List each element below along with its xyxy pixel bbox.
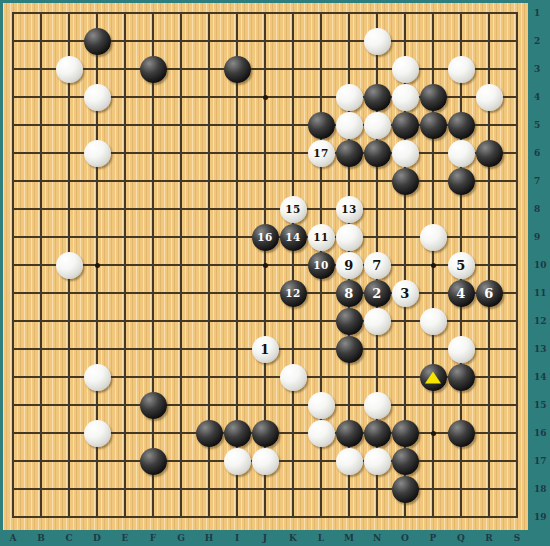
white-stone[interactable]	[448, 140, 475, 167]
intersection[interactable]	[111, 3, 139, 27]
white-stone[interactable]	[392, 84, 419, 111]
intersection[interactable]	[139, 223, 167, 251]
intersection[interactable]	[3, 195, 27, 223]
white-stone[interactable]: 7	[364, 252, 391, 279]
intersection[interactable]	[363, 475, 391, 503]
intersection[interactable]	[27, 447, 55, 475]
intersection[interactable]	[475, 475, 503, 503]
intersection[interactable]	[195, 447, 223, 475]
intersection[interactable]	[475, 3, 503, 27]
intersection[interactable]	[419, 3, 447, 27]
intersection[interactable]	[3, 503, 27, 530]
white-stone[interactable]: 1	[252, 336, 279, 363]
black-stone[interactable]	[252, 420, 279, 447]
intersection[interactable]	[419, 139, 447, 167]
intersection[interactable]	[363, 55, 391, 83]
intersection[interactable]	[167, 3, 195, 27]
intersection[interactable]	[307, 3, 335, 27]
intersection[interactable]	[503, 363, 528, 391]
intersection[interactable]	[223, 307, 251, 335]
intersection[interactable]	[363, 223, 391, 251]
intersection[interactable]	[447, 223, 475, 251]
intersection[interactable]	[3, 27, 27, 55]
intersection[interactable]	[83, 391, 111, 419]
intersection[interactable]	[27, 475, 55, 503]
white-stone[interactable]	[84, 84, 111, 111]
intersection[interactable]	[391, 27, 419, 55]
intersection[interactable]	[27, 279, 55, 307]
intersection[interactable]	[475, 55, 503, 83]
intersection[interactable]	[27, 363, 55, 391]
white-stone[interactable]	[364, 448, 391, 475]
intersection[interactable]	[335, 55, 363, 83]
intersection[interactable]	[223, 503, 251, 530]
intersection[interactable]	[223, 3, 251, 27]
intersection[interactable]	[279, 251, 307, 279]
intersection[interactable]	[3, 391, 27, 419]
intersection[interactable]	[167, 195, 195, 223]
intersection[interactable]	[363, 503, 391, 530]
black-stone[interactable]	[420, 364, 447, 391]
intersection[interactable]	[139, 27, 167, 55]
intersection[interactable]	[167, 391, 195, 419]
intersection[interactable]	[307, 55, 335, 83]
intersection[interactable]	[279, 27, 307, 55]
intersection[interactable]	[475, 223, 503, 251]
intersection[interactable]	[307, 167, 335, 195]
intersection[interactable]	[223, 363, 251, 391]
intersection[interactable]	[419, 335, 447, 363]
intersection[interactable]	[3, 419, 27, 447]
intersection[interactable]	[139, 3, 167, 27]
intersection[interactable]	[503, 475, 528, 503]
white-stone[interactable]	[364, 112, 391, 139]
intersection[interactable]	[223, 279, 251, 307]
intersection[interactable]	[503, 335, 528, 363]
white-stone[interactable]	[448, 336, 475, 363]
white-stone[interactable]: 11	[308, 224, 335, 251]
intersection[interactable]	[195, 307, 223, 335]
black-stone[interactable]	[420, 112, 447, 139]
intersection[interactable]	[251, 167, 279, 195]
intersection[interactable]	[503, 223, 528, 251]
black-stone[interactable]	[140, 448, 167, 475]
intersection[interactable]	[391, 195, 419, 223]
black-stone[interactable]	[392, 420, 419, 447]
intersection[interactable]	[419, 55, 447, 83]
intersection[interactable]	[27, 3, 55, 27]
intersection[interactable]	[419, 167, 447, 195]
black-stone[interactable]	[392, 448, 419, 475]
intersection[interactable]	[111, 363, 139, 391]
black-stone[interactable]	[392, 476, 419, 503]
intersection[interactable]	[503, 251, 528, 279]
intersection[interactable]	[111, 111, 139, 139]
intersection[interactable]	[363, 195, 391, 223]
black-stone[interactable]	[448, 168, 475, 195]
intersection[interactable]	[391, 391, 419, 419]
intersection[interactable]	[3, 307, 27, 335]
black-stone[interactable]: 8	[336, 280, 363, 307]
intersection[interactable]	[335, 363, 363, 391]
intersection[interactable]	[307, 83, 335, 111]
intersection[interactable]	[195, 503, 223, 530]
intersection[interactable]	[363, 3, 391, 27]
white-stone[interactable]: 15	[280, 196, 307, 223]
white-stone[interactable]	[84, 364, 111, 391]
intersection[interactable]	[475, 335, 503, 363]
intersection[interactable]	[279, 55, 307, 83]
intersection[interactable]	[139, 335, 167, 363]
black-stone[interactable]	[392, 112, 419, 139]
intersection[interactable]	[55, 279, 83, 307]
intersection[interactable]	[279, 111, 307, 139]
intersection[interactable]	[251, 27, 279, 55]
intersection[interactable]	[475, 251, 503, 279]
intersection[interactable]	[167, 503, 195, 530]
intersection[interactable]	[111, 447, 139, 475]
intersection[interactable]	[307, 475, 335, 503]
intersection[interactable]	[475, 27, 503, 55]
intersection[interactable]	[475, 167, 503, 195]
intersection[interactable]	[335, 167, 363, 195]
intersection[interactable]	[223, 195, 251, 223]
intersection[interactable]	[55, 195, 83, 223]
intersection[interactable]	[475, 391, 503, 419]
white-stone[interactable]	[308, 392, 335, 419]
intersection[interactable]	[391, 503, 419, 530]
black-stone[interactable]	[308, 112, 335, 139]
intersection[interactable]	[55, 419, 83, 447]
intersection[interactable]	[83, 167, 111, 195]
intersection[interactable]	[27, 111, 55, 139]
intersection[interactable]	[307, 363, 335, 391]
white-stone[interactable]	[364, 28, 391, 55]
intersection[interactable]	[83, 223, 111, 251]
white-stone[interactable]	[336, 112, 363, 139]
intersection[interactable]	[475, 363, 503, 391]
intersection[interactable]	[195, 279, 223, 307]
intersection[interactable]	[279, 503, 307, 530]
intersection[interactable]	[279, 335, 307, 363]
intersection[interactable]	[195, 83, 223, 111]
intersection[interactable]	[391, 363, 419, 391]
intersection[interactable]	[3, 475, 27, 503]
intersection[interactable]	[363, 167, 391, 195]
white-stone[interactable]	[224, 448, 251, 475]
black-stone[interactable]	[448, 112, 475, 139]
intersection[interactable]	[223, 27, 251, 55]
intersection[interactable]	[55, 139, 83, 167]
white-stone[interactable]	[336, 224, 363, 251]
intersection[interactable]	[475, 195, 503, 223]
intersection[interactable]	[503, 111, 528, 139]
intersection[interactable]	[475, 419, 503, 447]
black-stone[interactable]	[224, 56, 251, 83]
intersection[interactable]	[195, 139, 223, 167]
intersection[interactable]	[55, 363, 83, 391]
white-stone[interactable]: 13	[336, 196, 363, 223]
white-stone[interactable]	[420, 224, 447, 251]
intersection[interactable]	[447, 503, 475, 530]
intersection[interactable]	[3, 3, 27, 27]
black-stone[interactable]: 4	[448, 280, 475, 307]
intersection[interactable]	[27, 391, 55, 419]
intersection[interactable]	[139, 167, 167, 195]
intersection[interactable]	[447, 27, 475, 55]
intersection[interactable]	[279, 139, 307, 167]
white-stone[interactable]	[392, 56, 419, 83]
black-stone[interactable]	[420, 84, 447, 111]
intersection[interactable]	[307, 27, 335, 55]
intersection[interactable]	[111, 251, 139, 279]
white-stone[interactable]	[336, 84, 363, 111]
intersection[interactable]	[55, 83, 83, 111]
intersection[interactable]	[195, 475, 223, 503]
intersection[interactable]	[195, 363, 223, 391]
intersection[interactable]	[447, 307, 475, 335]
black-stone[interactable]	[196, 420, 223, 447]
intersection[interactable]	[223, 83, 251, 111]
intersection[interactable]	[111, 475, 139, 503]
intersection[interactable]	[167, 335, 195, 363]
intersection[interactable]	[307, 279, 335, 307]
intersection[interactable]	[251, 475, 279, 503]
intersection[interactable]	[419, 27, 447, 55]
intersection[interactable]	[139, 475, 167, 503]
white-stone[interactable]: 3	[392, 280, 419, 307]
intersection[interactable]	[195, 3, 223, 27]
intersection[interactable]	[167, 83, 195, 111]
intersection[interactable]	[279, 3, 307, 27]
intersection[interactable]	[55, 391, 83, 419]
black-stone[interactable]	[140, 392, 167, 419]
white-stone[interactable]: 9	[336, 252, 363, 279]
intersection[interactable]	[111, 27, 139, 55]
intersection[interactable]	[419, 447, 447, 475]
black-stone[interactable]	[448, 420, 475, 447]
black-stone[interactable]	[224, 420, 251, 447]
intersection[interactable]	[111, 55, 139, 83]
white-stone[interactable]	[420, 308, 447, 335]
intersection[interactable]	[83, 335, 111, 363]
intersection[interactable]	[335, 503, 363, 530]
black-stone[interactable]	[336, 140, 363, 167]
intersection[interactable]	[167, 475, 195, 503]
black-stone[interactable]: 10	[308, 252, 335, 279]
intersection[interactable]	[3, 223, 27, 251]
intersection[interactable]	[167, 251, 195, 279]
black-stone[interactable]	[84, 28, 111, 55]
white-stone[interactable]	[280, 364, 307, 391]
intersection[interactable]	[223, 391, 251, 419]
intersection[interactable]	[335, 3, 363, 27]
intersection[interactable]	[503, 447, 528, 475]
intersection[interactable]	[83, 279, 111, 307]
intersection[interactable]	[447, 3, 475, 27]
intersection[interactable]	[223, 167, 251, 195]
intersection[interactable]	[167, 419, 195, 447]
intersection[interactable]	[55, 307, 83, 335]
intersection[interactable]	[3, 167, 27, 195]
white-stone[interactable]	[364, 308, 391, 335]
intersection[interactable]	[83, 111, 111, 139]
intersection[interactable]	[111, 503, 139, 530]
intersection[interactable]	[27, 83, 55, 111]
intersection[interactable]	[223, 111, 251, 139]
black-stone[interactable]	[336, 420, 363, 447]
intersection[interactable]	[475, 111, 503, 139]
intersection[interactable]	[195, 27, 223, 55]
black-stone[interactable]	[140, 56, 167, 83]
black-stone[interactable]	[364, 84, 391, 111]
intersection[interactable]	[111, 391, 139, 419]
intersection[interactable]	[111, 419, 139, 447]
intersection[interactable]	[111, 167, 139, 195]
black-stone[interactable]	[476, 140, 503, 167]
white-stone[interactable]	[336, 448, 363, 475]
intersection[interactable]	[419, 475, 447, 503]
intersection[interactable]	[111, 83, 139, 111]
intersection[interactable]	[391, 223, 419, 251]
intersection[interactable]	[111, 279, 139, 307]
intersection[interactable]	[195, 335, 223, 363]
white-stone[interactable]	[448, 56, 475, 83]
intersection[interactable]	[279, 83, 307, 111]
intersection[interactable]	[503, 195, 528, 223]
black-stone[interactable]: 12	[280, 280, 307, 307]
intersection[interactable]	[167, 279, 195, 307]
intersection[interactable]	[111, 223, 139, 251]
white-stone[interactable]	[308, 420, 335, 447]
white-stone[interactable]	[56, 252, 83, 279]
black-stone[interactable]	[364, 140, 391, 167]
intersection[interactable]	[27, 195, 55, 223]
intersection[interactable]	[167, 111, 195, 139]
intersection[interactable]	[55, 335, 83, 363]
intersection[interactable]	[223, 139, 251, 167]
intersection[interactable]	[447, 195, 475, 223]
white-stone[interactable]	[84, 420, 111, 447]
black-stone[interactable]	[336, 336, 363, 363]
intersection[interactable]	[3, 139, 27, 167]
intersection[interactable]	[307, 307, 335, 335]
white-stone[interactable]	[364, 392, 391, 419]
intersection[interactable]	[55, 475, 83, 503]
intersection[interactable]	[139, 111, 167, 139]
intersection[interactable]	[223, 251, 251, 279]
intersection[interactable]	[195, 167, 223, 195]
intersection[interactable]	[139, 195, 167, 223]
intersection[interactable]	[447, 391, 475, 419]
intersection[interactable]	[503, 139, 528, 167]
intersection[interactable]	[503, 503, 528, 530]
intersection[interactable]	[251, 279, 279, 307]
intersection[interactable]	[111, 139, 139, 167]
black-stone[interactable]	[448, 364, 475, 391]
intersection[interactable]	[195, 223, 223, 251]
intersection[interactable]	[27, 139, 55, 167]
white-stone[interactable]: 5	[448, 252, 475, 279]
intersection[interactable]	[83, 195, 111, 223]
intersection[interactable]	[447, 475, 475, 503]
black-stone[interactable]: 6	[476, 280, 503, 307]
intersection[interactable]	[83, 503, 111, 530]
intersection[interactable]	[55, 503, 83, 530]
intersection[interactable]	[475, 447, 503, 475]
intersection[interactable]	[55, 3, 83, 27]
intersection[interactable]	[139, 363, 167, 391]
intersection[interactable]	[363, 335, 391, 363]
intersection[interactable]	[139, 503, 167, 530]
intersection[interactable]	[251, 111, 279, 139]
intersection[interactable]	[167, 363, 195, 391]
intersection[interactable]	[307, 447, 335, 475]
intersection[interactable]	[335, 27, 363, 55]
intersection[interactable]	[391, 307, 419, 335]
intersection[interactable]	[503, 279, 528, 307]
intersection[interactable]	[391, 251, 419, 279]
intersection[interactable]	[167, 447, 195, 475]
black-stone[interactable]: 14	[280, 224, 307, 251]
intersection[interactable]	[167, 27, 195, 55]
intersection[interactable]	[279, 307, 307, 335]
intersection[interactable]	[391, 335, 419, 363]
intersection[interactable]	[363, 363, 391, 391]
intersection[interactable]	[27, 503, 55, 530]
intersection[interactable]	[307, 503, 335, 530]
intersection[interactable]	[251, 307, 279, 335]
intersection[interactable]	[503, 55, 528, 83]
intersection[interactable]	[55, 111, 83, 139]
intersection[interactable]	[83, 475, 111, 503]
intersection[interactable]	[27, 55, 55, 83]
intersection[interactable]	[83, 55, 111, 83]
intersection[interactable]	[3, 83, 27, 111]
intersection[interactable]	[391, 3, 419, 27]
black-stone[interactable]	[392, 168, 419, 195]
intersection[interactable]	[503, 391, 528, 419]
intersection[interactable]	[195, 55, 223, 83]
intersection[interactable]	[55, 447, 83, 475]
intersection[interactable]	[419, 503, 447, 530]
intersection[interactable]	[139, 83, 167, 111]
intersection[interactable]	[503, 167, 528, 195]
intersection[interactable]	[195, 195, 223, 223]
intersection[interactable]	[27, 223, 55, 251]
intersection[interactable]	[111, 307, 139, 335]
intersection[interactable]	[279, 447, 307, 475]
intersection[interactable]	[3, 335, 27, 363]
intersection[interactable]	[251, 139, 279, 167]
intersection[interactable]	[55, 167, 83, 195]
white-stone[interactable]	[252, 448, 279, 475]
intersection[interactable]	[139, 251, 167, 279]
white-stone[interactable]: 17	[308, 140, 335, 167]
intersection[interactable]	[195, 391, 223, 419]
intersection[interactable]	[335, 391, 363, 419]
intersection[interactable]	[27, 27, 55, 55]
intersection[interactable]	[111, 335, 139, 363]
intersection[interactable]	[83, 447, 111, 475]
intersection[interactable]	[279, 419, 307, 447]
intersection[interactable]	[3, 363, 27, 391]
intersection[interactable]	[195, 251, 223, 279]
white-stone[interactable]	[84, 140, 111, 167]
intersection[interactable]	[3, 55, 27, 83]
intersection[interactable]	[447, 83, 475, 111]
intersection[interactable]	[3, 111, 27, 139]
